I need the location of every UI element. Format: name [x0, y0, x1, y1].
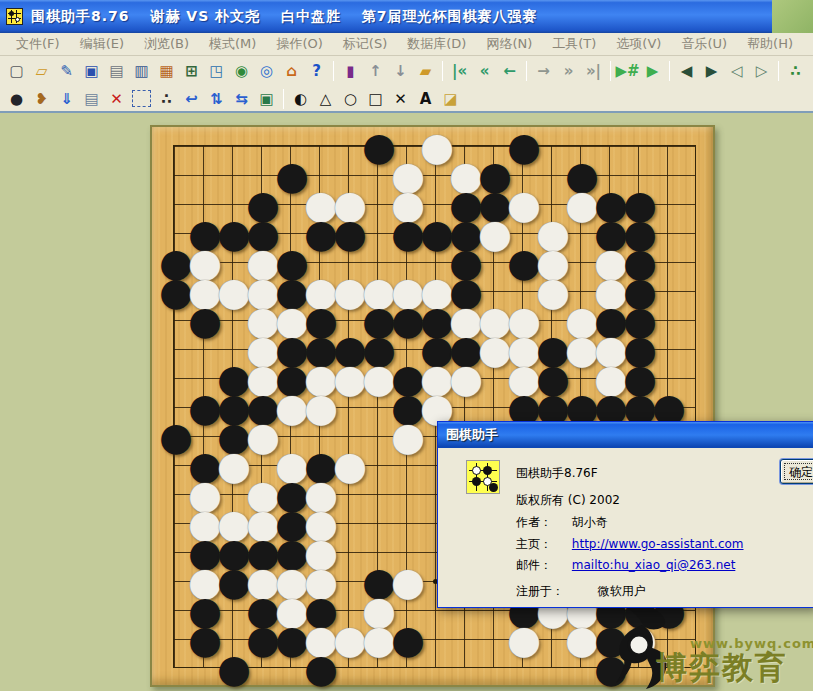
black-stone: ●: [565, 161, 595, 191]
black-stone: ●: [449, 335, 479, 365]
white-stone: ●: [478, 306, 508, 336]
white-stone: ●: [246, 248, 276, 278]
black-stone: ●: [391, 625, 421, 655]
black-stone: ●: [652, 393, 682, 423]
menu-item-d[interactable]: 数据库(D): [397, 33, 476, 55]
white-stone: ●: [217, 509, 247, 539]
star-point: [259, 231, 264, 236]
white-stone: ●: [246, 335, 276, 365]
white-stone: ●: [565, 190, 595, 220]
mark-cross-icon[interactable]: ✕: [388, 87, 413, 110]
star-point: [259, 405, 264, 410]
black-stone: ●: [362, 306, 392, 336]
white-stone: ●: [304, 393, 334, 423]
star-point: [607, 231, 612, 236]
branch-first-icon[interactable]: ◀: [674, 60, 699, 83]
author-label: 作者：: [516, 514, 568, 531]
black-stone: ●: [594, 654, 624, 684]
black-stone: ●: [362, 132, 392, 162]
forward-10-icon[interactable]: »: [556, 60, 581, 83]
email-label: 邮件：: [516, 557, 568, 574]
black-stone: ●: [507, 393, 537, 423]
white-stone: ●: [217, 277, 247, 307]
dialog-author-row: 作者： 胡小奇: [516, 514, 608, 531]
about-dialog: 围棋助手 围棋助手8.76F 版权所有 (C) 2002 作者： 胡小奇 主页：…: [437, 421, 813, 608]
black-stone: ●: [275, 364, 305, 394]
menu-item-t[interactable]: 工具(T): [542, 33, 606, 55]
black-stone: ●: [217, 567, 247, 597]
white-stone: ●: [275, 596, 305, 626]
white-stone: ●: [594, 277, 624, 307]
white-stone: ●: [478, 335, 508, 365]
black-stone: ●: [623, 335, 653, 365]
dialog-homepage-row: 主页： http://www.go-assistant.com: [516, 536, 744, 553]
move-down-icon[interactable]: ↓: [388, 60, 413, 83]
white-stone: ●: [275, 393, 305, 423]
black-white-toggle-icon[interactable]: ◐: [288, 87, 313, 110]
menu-item-f[interactable]: 文件(F): [6, 33, 70, 55]
homepage-label: 主页：: [516, 536, 568, 553]
toolbar-separator: [333, 61, 334, 81]
black-stone: ●: [333, 219, 363, 249]
black-stone: ●: [478, 161, 508, 191]
black-stone: ●: [623, 219, 653, 249]
white-stone: ●: [333, 451, 363, 481]
star-point: [259, 579, 264, 584]
open-folder-icon[interactable]: ▱: [29, 60, 54, 83]
title-bar: 围棋助手8.76 谢赫 VS 朴文尧 白中盘胜 第7届理光杯围棋赛八强赛: [0, 0, 772, 33]
forward-1-icon[interactable]: →: [531, 60, 556, 83]
dialog-email-row: 邮件： mailto:hu_xiao_qi@263.net: [516, 557, 735, 574]
drop-down-icon[interactable]: ⇓: [54, 87, 79, 110]
black-stone: ●: [623, 190, 653, 220]
dialog-title: 围棋助手: [446, 426, 498, 444]
black-stone: ●: [217, 364, 247, 394]
black-stone: ●: [188, 219, 218, 249]
white-stone: ●: [304, 625, 334, 655]
black-stone: ●: [623, 393, 653, 423]
white-stone: ●: [304, 538, 334, 568]
white-stone: ●: [246, 480, 276, 510]
toolbar-separator: [442, 61, 443, 81]
ok-button[interactable]: 确定: [780, 459, 813, 484]
star-point: [433, 231, 438, 236]
white-stone: ●: [507, 306, 537, 336]
help-icon[interactable]: ?: [304, 60, 329, 83]
black-stone: ●: [217, 538, 247, 568]
white-stone: ●: [188, 509, 218, 539]
window-title: 围棋助手8.76 谢赫 VS 朴文尧 白中盘胜 第7届理光杯围棋赛八强赛: [31, 8, 538, 26]
black-stone: ●: [217, 219, 247, 249]
delete-icon[interactable]: ✕: [104, 87, 129, 110]
toolbar-separator: [669, 61, 670, 81]
black-stone: ●: [188, 393, 218, 423]
back-10-icon[interactable]: «: [472, 60, 497, 83]
black-stone: ●: [304, 451, 334, 481]
registered-value: 微软用户: [598, 584, 646, 598]
black-stone: ●: [594, 306, 624, 336]
stone-group-icon[interactable]: ∴: [154, 87, 179, 110]
go-first-icon[interactable]: |«: [447, 60, 472, 83]
white-stone: ●: [304, 277, 334, 307]
branch-list-fwd-icon[interactable]: ▷: [749, 60, 774, 83]
application-window: 围棋助手8.76 谢赫 VS 朴文尧 白中盘胜 第7届理光杯围棋赛八强赛 文件(…: [0, 0, 813, 691]
black-stone: ●: [304, 219, 334, 249]
black-stone: ●: [391, 306, 421, 336]
main-toolbar: ▢▱✎▣▤▥▦⊞◳◉◎⌂?▮↑↓▰|««←→»»|▶#▶◀▶◁▷∴∴∵: [0, 56, 813, 86]
black-stone: ●: [275, 248, 305, 278]
black-stone: ●: [507, 248, 537, 278]
tree-variation-icon[interactable]: ∴: [783, 60, 808, 83]
black-stone: ●: [478, 190, 508, 220]
white-stone: ●: [188, 567, 218, 597]
dialog-title-bar: 围棋助手: [438, 422, 813, 448]
black-stone: ●: [594, 625, 624, 655]
black-stone: ●: [275, 335, 305, 365]
white-stone: ●: [594, 248, 624, 278]
black-stone: ●: [188, 306, 218, 336]
toolbar-separator: [283, 89, 284, 109]
white-stone: ●: [449, 306, 479, 336]
window-cascade-icon[interactable]: ▣: [254, 87, 279, 110]
mark-square-icon[interactable]: □: [363, 87, 388, 110]
white-stone: ●: [420, 277, 450, 307]
black-stone: ●: [623, 364, 653, 394]
white-stone: ●: [507, 190, 537, 220]
folder-export-icon[interactable]: ▰: [413, 60, 438, 83]
black-stone: ●: [217, 654, 247, 684]
black-stone: ●: [275, 538, 305, 568]
black-stone: ●: [188, 625, 218, 655]
black-stone: ●: [188, 596, 218, 626]
black-stone: ●: [246, 596, 276, 626]
white-stone: ●: [304, 364, 334, 394]
black-stone: ●: [420, 335, 450, 365]
white-stone: ●: [391, 422, 421, 452]
white-stone: ●: [565, 625, 595, 655]
black-stone: ●: [536, 364, 566, 394]
black-stone: ●: [565, 393, 595, 423]
white-stone: ●: [362, 277, 392, 307]
select-region-icon[interactable]: [132, 90, 151, 107]
menu-item-e[interactable]: 编辑(E): [70, 33, 134, 55]
white-stone: ●: [333, 364, 363, 394]
black-stone: ●: [362, 335, 392, 365]
flip-vertical-icon[interactable]: ⇅: [204, 87, 229, 110]
white-stone: ●: [246, 422, 276, 452]
mark-triangle-icon[interactable]: △: [313, 87, 338, 110]
white-stone: ●: [188, 277, 218, 307]
dialog-copyright: 版权所有 (C) 2002: [516, 492, 620, 509]
black-stone: ●: [304, 654, 334, 684]
document-list-icon[interactable]: ▥: [129, 60, 154, 83]
branch-list-back-icon[interactable]: ◁: [724, 60, 749, 83]
white-stone: ●: [217, 451, 247, 481]
white-stone: ●: [449, 161, 479, 191]
black-stone: ●: [188, 451, 218, 481]
tree-moves-icon[interactable]: ∴: [808, 60, 813, 83]
black-stone: ●: [275, 625, 305, 655]
black-stone: ●: [159, 248, 189, 278]
black-stone: ●: [304, 596, 334, 626]
black-stone: ●: [449, 248, 479, 278]
white-stone: ●: [391, 277, 421, 307]
black-stone: ●: [159, 422, 189, 452]
white-stone: ●: [362, 596, 392, 626]
white-stone: ●: [536, 277, 566, 307]
dialog-app-icon: [466, 460, 500, 494]
branch-next-icon[interactable]: ▶: [699, 60, 724, 83]
white-stone: ●: [246, 364, 276, 394]
eraser-icon[interactable]: ◪: [438, 87, 463, 110]
white-stone: ●: [304, 190, 334, 220]
toolbar-separator: [526, 61, 527, 81]
black-stone: ●: [188, 538, 218, 568]
rotate-icon[interactable]: ↩: [179, 87, 204, 110]
book-icon[interactable]: ▮: [338, 60, 363, 83]
black-stone: ●: [449, 219, 479, 249]
registered-label: 注册于：: [516, 583, 594, 600]
move-up-icon[interactable]: ↑: [363, 60, 388, 83]
menu-item-o[interactable]: 操作(O): [266, 33, 332, 55]
auto-play-icon[interactable]: ▶: [640, 60, 665, 83]
black-stone: ●: [420, 306, 450, 336]
app-logo-icon: [6, 8, 23, 25]
black-stone: ●: [246, 538, 276, 568]
white-stone: ●: [275, 306, 305, 336]
black-stone: ●: [217, 422, 247, 452]
black-stone: ●: [623, 248, 653, 278]
black-stone: ●: [275, 509, 305, 539]
edit-toolbar: ●❥⇓▤✕∴↩⇅⇆▣◐△○□✕A◪: [0, 86, 813, 113]
network-share-icon[interactable]: ◉: [229, 60, 254, 83]
black-stone: ●: [449, 190, 479, 220]
menu-item-b[interactable]: 浏览(B): [134, 33, 199, 55]
white-stone: ●: [362, 364, 392, 394]
white-stone: ●: [391, 190, 421, 220]
white-stone: ●: [333, 277, 363, 307]
black-stone: ●: [594, 190, 624, 220]
black-stone: ●: [391, 219, 421, 249]
print-icon[interactable]: ▤: [104, 60, 129, 83]
black-stone: ●: [217, 393, 247, 423]
toolbar-separator: [778, 61, 779, 81]
author-value: 胡小奇: [572, 515, 608, 529]
home-icon[interactable]: ⌂: [279, 60, 304, 83]
white-stone: ●: [188, 248, 218, 278]
white-stone: ●: [507, 364, 537, 394]
white-stone: ●: [188, 480, 218, 510]
white-stone: ●: [333, 190, 363, 220]
black-stone: ●: [391, 393, 421, 423]
black-stone: ●: [159, 277, 189, 307]
image-viewer-icon[interactable]: ▦: [154, 60, 179, 83]
new-file-icon[interactable]: ▢: [4, 60, 29, 83]
go-last-icon[interactable]: »|: [581, 60, 606, 83]
star-point: [607, 405, 612, 410]
save-icon[interactable]: ▣: [79, 60, 104, 83]
menu-item-h[interactable]: 帮助(H): [737, 33, 803, 55]
flip-horizontal-icon[interactable]: ⇆: [229, 87, 254, 110]
place-stone-icon[interactable]: ❥: [29, 87, 54, 110]
black-stone: ●: [623, 306, 653, 336]
star-point: [433, 405, 438, 410]
auto-play-number-icon[interactable]: ▶#: [615, 60, 640, 83]
white-stone: ●: [565, 335, 595, 365]
white-stone: ●: [246, 306, 276, 336]
white-stone: ●: [536, 219, 566, 249]
white-stone: ●: [246, 509, 276, 539]
white-stone: ●: [594, 335, 624, 365]
white-stone: ●: [275, 567, 305, 597]
menu-item-v[interactable]: 选项(V): [606, 33, 671, 55]
dialog-registered-row: 注册于： 微软用户: [516, 583, 646, 600]
mark-letter-icon[interactable]: A: [413, 87, 438, 110]
white-stone: ●: [391, 161, 421, 191]
menu-item-s[interactable]: 标记(S): [333, 33, 397, 55]
black-stone: ●: [275, 480, 305, 510]
undo-move-icon[interactable]: ●: [4, 87, 29, 110]
white-stone: ●: [304, 567, 334, 597]
white-stone: ●: [478, 219, 508, 249]
white-stone: ●: [623, 625, 653, 655]
white-stone: ●: [449, 364, 479, 394]
toolbar-separator: [610, 61, 611, 81]
white-stone: ●: [594, 364, 624, 394]
black-stone: ●: [246, 625, 276, 655]
homepage-link[interactable]: http://www.go-assistant.com: [572, 537, 744, 551]
edit-document-icon[interactable]: ✎: [54, 60, 79, 83]
mark-circle-icon[interactable]: ○: [338, 87, 363, 110]
black-stone: ●: [304, 306, 334, 336]
white-stone: ●: [536, 248, 566, 278]
white-stone: ●: [420, 132, 450, 162]
export-board-icon[interactable]: ◳: [204, 60, 229, 83]
menu-item-u[interactable]: 音乐(U): [671, 33, 737, 55]
white-stone: ●: [333, 625, 363, 655]
black-stone: ●: [275, 277, 305, 307]
black-stone: ●: [536, 335, 566, 365]
white-stone: ●: [275, 451, 305, 481]
menu-bar: 文件(F)编辑(E)浏览(B)模式(M)操作(O)标记(S)数据库(D)网络(N…: [0, 33, 813, 56]
black-stone: ●: [623, 277, 653, 307]
black-stone: ●: [449, 277, 479, 307]
dialog-app-name: 围棋助手8.76F: [516, 465, 598, 482]
black-stone: ●: [362, 567, 392, 597]
notes-icon[interactable]: ▤: [79, 87, 104, 110]
back-1-icon[interactable]: ←: [497, 60, 522, 83]
menu-item-m[interactable]: 模式(M): [199, 33, 266, 55]
black-stone: ●: [304, 335, 334, 365]
black-stone: ●: [536, 393, 566, 423]
black-stone: ●: [333, 335, 363, 365]
desktop-wallpaper: [772, 0, 813, 33]
menu-item-n[interactable]: 网络(N): [476, 33, 542, 55]
white-stone: ●: [362, 625, 392, 655]
black-stone: ●: [275, 161, 305, 191]
board-view-icon[interactable]: ⊞: [179, 60, 204, 83]
white-stone: ●: [246, 277, 276, 307]
black-stone: ●: [391, 364, 421, 394]
black-stone: ●: [246, 190, 276, 220]
white-stone: ●: [565, 306, 595, 336]
network-web-icon[interactable]: ◎: [254, 60, 279, 83]
white-stone: ●: [304, 480, 334, 510]
email-link[interactable]: mailto:hu_xiao_qi@263.net: [572, 558, 736, 572]
white-stone: ●: [507, 335, 537, 365]
white-stone: ●: [507, 625, 537, 655]
white-stone: ●: [304, 509, 334, 539]
black-stone: ●: [507, 132, 537, 162]
white-stone: ●: [420, 364, 450, 394]
white-stone: ●: [391, 567, 421, 597]
